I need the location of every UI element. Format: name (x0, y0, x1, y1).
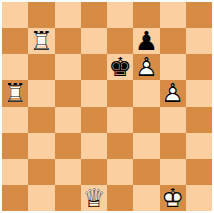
black-pawn[interactable]: ♟ (133, 28, 159, 54)
square-d1[interactable]: ♛♕ (81, 185, 107, 211)
square-d4[interactable] (81, 107, 107, 133)
white-pawn[interactable]: ♟♙ (133, 54, 159, 80)
square-d7[interactable] (81, 28, 107, 54)
square-f5[interactable] (133, 80, 159, 106)
square-e1[interactable] (107, 185, 133, 211)
white-rook-glyph: ♖ (28, 28, 54, 54)
square-g3[interactable] (160, 133, 186, 159)
white-pawn[interactable]: ♟♙ (160, 80, 186, 106)
square-c4[interactable] (55, 107, 81, 133)
square-e5[interactable] (107, 80, 133, 106)
square-b8[interactable] (28, 2, 54, 28)
square-h5[interactable] (186, 80, 212, 106)
square-b1[interactable] (28, 185, 54, 211)
white-rook[interactable]: ♜♖ (28, 28, 54, 54)
square-e4[interactable] (107, 107, 133, 133)
white-king[interactable]: ♚♔ (160, 185, 186, 211)
square-h6[interactable] (186, 54, 212, 80)
square-g1[interactable]: ♚♔ (160, 185, 186, 211)
square-a7[interactable] (2, 28, 28, 54)
square-h2[interactable] (186, 159, 212, 185)
square-a4[interactable] (2, 107, 28, 133)
square-g2[interactable] (160, 159, 186, 185)
square-f1[interactable] (133, 185, 159, 211)
square-d3[interactable] (81, 133, 107, 159)
square-c1[interactable] (55, 185, 81, 211)
square-c7[interactable] (55, 28, 81, 54)
square-a3[interactable] (2, 133, 28, 159)
square-e7[interactable] (107, 28, 133, 54)
chess-board: ♜♖♟♚♟♙♜♖♟♙♛♕♚♔ (2, 2, 212, 211)
square-f4[interactable] (133, 107, 159, 133)
square-d8[interactable] (81, 2, 107, 28)
square-b3[interactable] (28, 133, 54, 159)
square-e8[interactable] (107, 2, 133, 28)
white-pawn-glyph: ♙ (160, 80, 186, 106)
square-b5[interactable] (28, 80, 54, 106)
square-g8[interactable] (160, 2, 186, 28)
square-f7[interactable]: ♟ (133, 28, 159, 54)
white-rook[interactable]: ♜♖ (2, 80, 28, 106)
white-rook-glyph: ♖ (2, 80, 28, 106)
white-pawn-glyph: ♙ (133, 54, 159, 80)
square-b2[interactable] (28, 159, 54, 185)
square-c2[interactable] (55, 159, 81, 185)
square-a1[interactable] (2, 185, 28, 211)
square-a8[interactable] (2, 2, 28, 28)
square-h7[interactable] (186, 28, 212, 54)
white-king-glyph: ♔ (160, 185, 186, 211)
square-g7[interactable] (160, 28, 186, 54)
square-b4[interactable] (28, 107, 54, 133)
square-h3[interactable] (186, 133, 212, 159)
square-c8[interactable] (55, 2, 81, 28)
square-b6[interactable] (28, 54, 54, 80)
square-g4[interactable] (160, 107, 186, 133)
square-e2[interactable] (107, 159, 133, 185)
square-c5[interactable] (55, 80, 81, 106)
square-a2[interactable] (2, 159, 28, 185)
square-f6[interactable]: ♟♙ (133, 54, 159, 80)
square-c3[interactable] (55, 133, 81, 159)
square-d6[interactable] (81, 54, 107, 80)
square-e3[interactable] (107, 133, 133, 159)
square-g5[interactable]: ♟♙ (160, 80, 186, 106)
square-a6[interactable] (2, 54, 28, 80)
square-f2[interactable] (133, 159, 159, 185)
white-queen-glyph: ♕ (81, 185, 107, 211)
square-d5[interactable] (81, 80, 107, 106)
square-h4[interactable] (186, 107, 212, 133)
board-frame: ♜♖♟♚♟♙♜♖♟♙♛♕♚♔ (0, 0, 214, 213)
black-king[interactable]: ♚ (107, 54, 133, 80)
square-h1[interactable] (186, 185, 212, 211)
square-g6[interactable] (160, 54, 186, 80)
square-f3[interactable] (133, 133, 159, 159)
square-d2[interactable] (81, 159, 107, 185)
square-h8[interactable] (186, 2, 212, 28)
square-e6[interactable]: ♚ (107, 54, 133, 80)
square-a5[interactable]: ♜♖ (2, 80, 28, 106)
square-f8[interactable] (133, 2, 159, 28)
square-c6[interactable] (55, 54, 81, 80)
white-queen[interactable]: ♛♕ (81, 185, 107, 211)
square-b7[interactable]: ♜♖ (28, 28, 54, 54)
